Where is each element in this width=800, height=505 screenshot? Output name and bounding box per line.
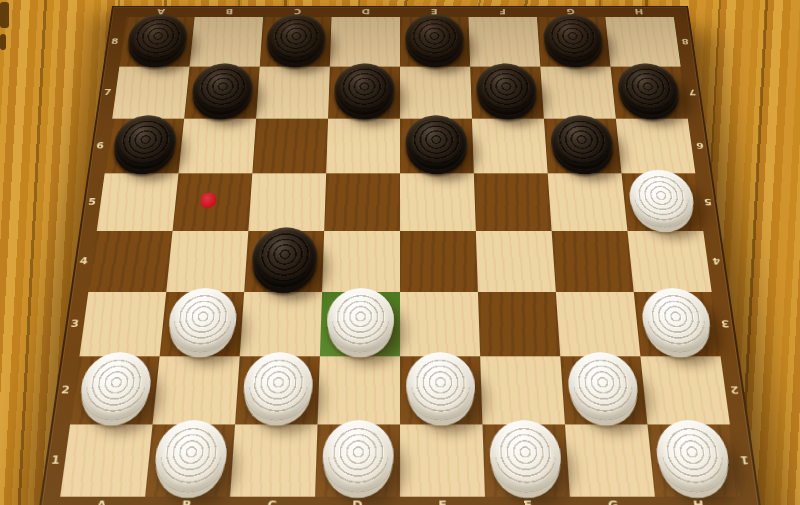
square-b5[interactable] [173, 173, 253, 231]
piece-white-man-d1[interactable]: ⛀ [322, 420, 394, 492]
piece-white-man-g2[interactable]: ⛀ [566, 352, 641, 420]
square-b2[interactable] [153, 356, 240, 424]
checkers-app-screen: ⛂⛂⛂⛂⛂⛂⛂⛂⛂⛂⛂⛀⛂⛀⛀⛀⛀⛀⛀⛀⛀⛀⛀⛀ ABCDEFGH ABCDEF… [0, 0, 800, 505]
square-c8[interactable]: ⛂ [260, 17, 332, 67]
piece-white-man-h1[interactable]: ⛀ [653, 420, 732, 492]
square-h4[interactable] [627, 231, 711, 292]
square-b1[interactable]: ⛀ [145, 424, 235, 496]
square-h3[interactable]: ⛀ [634, 292, 721, 356]
square-g4[interactable] [552, 231, 634, 292]
file-label-bottom-b: B [143, 497, 230, 505]
piece-white-man-h3[interactable]: ⛀ [639, 288, 713, 352]
square-a5[interactable] [97, 173, 179, 231]
square-c5[interactable] [248, 173, 326, 231]
square-c2[interactable]: ⛀ [235, 356, 320, 424]
file-label-top-a: A [126, 6, 196, 17]
square-b3[interactable]: ⛀ [160, 292, 245, 356]
square-d1[interactable]: ⛀ [315, 424, 400, 496]
square-d8[interactable] [330, 17, 400, 67]
file-label-bottom-a: A [58, 497, 145, 505]
square-d6[interactable] [326, 119, 400, 174]
piece-black-man-a6[interactable]: ⛂ [111, 115, 179, 170]
square-d3[interactable]: ⛀ [320, 292, 400, 356]
square-d4[interactable] [322, 231, 400, 292]
square-a7[interactable] [112, 67, 189, 119]
file-label-top-e: E [400, 6, 468, 17]
square-b6[interactable] [178, 119, 256, 174]
piece-black-man-e6[interactable]: ⛂ [406, 115, 469, 170]
square-g1[interactable] [565, 424, 655, 496]
square-e1[interactable] [400, 424, 485, 496]
file-label-bottom-e: E [400, 497, 486, 505]
square-f5[interactable] [474, 173, 552, 231]
square-e5[interactable] [400, 173, 476, 231]
square-g6[interactable]: ⛂ [544, 119, 622, 174]
square-h6[interactable] [616, 119, 695, 174]
square-e6[interactable]: ⛂ [400, 119, 474, 174]
piece-white-man-b3[interactable]: ⛀ [166, 288, 238, 352]
square-e7[interactable] [400, 67, 472, 119]
square-e8[interactable]: ⛂ [400, 17, 470, 67]
square-d7[interactable]: ⛂ [328, 67, 400, 119]
square-h8[interactable] [605, 17, 680, 67]
square-f6[interactable] [472, 119, 548, 174]
square-c3[interactable] [240, 292, 322, 356]
square-d5[interactable] [324, 173, 400, 231]
square-f8[interactable] [468, 17, 540, 67]
file-label-bottom-d: D [314, 497, 400, 505]
file-label-top-g: G [536, 6, 605, 17]
square-a1[interactable] [60, 424, 152, 496]
wood-knot [0, 34, 6, 50]
square-h5[interactable]: ⛀ [622, 173, 704, 231]
square-c6[interactable] [252, 119, 328, 174]
piece-black-man-g6[interactable]: ⛂ [549, 115, 615, 170]
piece-black-man-e8[interactable]: ⛂ [405, 14, 464, 63]
square-f7[interactable]: ⛂ [470, 67, 544, 119]
square-f4[interactable] [476, 231, 556, 292]
piece-white-man-d3[interactable]: ⛀ [326, 288, 394, 352]
square-b8[interactable] [190, 17, 264, 67]
square-a4[interactable] [88, 231, 172, 292]
file-label-top-h: H [604, 6, 674, 17]
square-c7[interactable] [256, 67, 330, 119]
file-label-top-c: C [263, 6, 332, 17]
piece-black-man-b7[interactable]: ⛂ [190, 64, 254, 116]
square-g8[interactable]: ⛂ [537, 17, 611, 67]
piece-white-man-h5[interactable]: ⛀ [627, 170, 697, 228]
piece-black-man-f7[interactable]: ⛂ [475, 64, 538, 116]
file-label-bottom-c: C [229, 497, 315, 505]
checkers-board: ⛂⛂⛂⛂⛂⛂⛂⛂⛂⛂⛂⛀⛂⛀⛀⛀⛀⛀⛀⛀⛀⛀⛀⛀ ABCDEFGH ABCDEF… [38, 6, 762, 505]
square-f1[interactable]: ⛀ [482, 424, 569, 496]
file-label-top-b: B [195, 6, 264, 17]
square-g2[interactable]: ⛀ [560, 356, 647, 424]
piece-white-man-a2[interactable]: ⛀ [77, 352, 154, 420]
square-h2[interactable] [640, 356, 730, 424]
piece-black-man-c8[interactable]: ⛂ [265, 14, 326, 63]
piece-black-man-d7[interactable]: ⛂ [334, 64, 395, 116]
piece-black-man-h7[interactable]: ⛂ [616, 64, 682, 116]
piece-black-man-c4[interactable]: ⛂ [250, 228, 318, 289]
file-label-top-d: D [332, 6, 400, 17]
square-a6[interactable]: ⛂ [105, 119, 184, 174]
square-h7[interactable]: ⛂ [610, 67, 687, 119]
square-e2[interactable]: ⛀ [400, 356, 482, 424]
piece-white-man-e2[interactable]: ⛀ [406, 352, 476, 420]
square-a3[interactable] [79, 292, 166, 356]
file-label-bottom-f: F [485, 497, 571, 505]
square-h1[interactable]: ⛀ [647, 424, 739, 496]
file-label-bottom-g: G [570, 497, 657, 505]
square-e3[interactable] [400, 292, 480, 356]
capture-target-dot[interactable] [200, 193, 218, 209]
square-c1[interactable] [230, 424, 317, 496]
board-squares: ⛂⛂⛂⛂⛂⛂⛂⛂⛂⛂⛂⛀⛂⛀⛀⛀⛀⛀⛀⛀⛀⛀⛀⛀ [60, 17, 740, 497]
square-c4[interactable]: ⛂ [244, 231, 324, 292]
square-g7[interactable] [540, 67, 616, 119]
square-f3[interactable] [478, 292, 560, 356]
piece-white-man-c2[interactable]: ⛀ [242, 352, 314, 420]
file-labels-top: ABCDEFGH [126, 6, 674, 17]
square-d2[interactable] [318, 356, 400, 424]
piece-black-man-g8[interactable]: ⛂ [542, 14, 605, 63]
piece-white-man-f1[interactable]: ⛀ [489, 420, 563, 492]
square-g3[interactable] [556, 292, 641, 356]
square-a8[interactable]: ⛂ [119, 17, 194, 67]
square-f2[interactable] [480, 356, 565, 424]
square-a2[interactable]: ⛀ [70, 356, 160, 424]
piece-black-man-a8[interactable]: ⛂ [125, 14, 190, 63]
square-e4[interactable] [400, 231, 478, 292]
square-g5[interactable] [548, 173, 628, 231]
square-b7[interactable]: ⛂ [184, 67, 260, 119]
square-b4[interactable] [166, 231, 248, 292]
file-label-top-f: F [468, 6, 537, 17]
wood-knot [0, 2, 9, 28]
file-labels-bottom: ABCDEFGH [58, 497, 743, 505]
file-label-bottom-h: H [655, 497, 742, 505]
piece-white-man-b1[interactable]: ⛀ [152, 420, 229, 492]
